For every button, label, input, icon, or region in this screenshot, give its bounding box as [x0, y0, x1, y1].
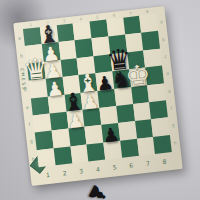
coord-bottom-2: 2: [55, 164, 73, 181]
white-pawn-e4[interactable]: ♟: [81, 92, 100, 113]
coord-bottom-4: 4: [89, 161, 107, 178]
black-pawn-g5[interactable]: ♟: [101, 124, 120, 145]
coord-bottom-5: 5: [105, 159, 123, 176]
chess-board[interactable]: 12345678 12345678 abcdefgh abcdefgh CHES…: [13, 6, 183, 186]
pieces-layer: ♝♟♟♛♛♟♝♟♞♚♝♟♟♟: [23, 14, 172, 167]
coord-bottom-8: 8: [155, 153, 173, 170]
table-surface: 12345678 12345678 abcdefgh abcdefgh CHES…: [0, 0, 200, 200]
white-king-d7[interactable]: ♚: [124, 60, 152, 91]
coord-bottom-7: 7: [139, 155, 157, 172]
coord-bottom-3: 3: [72, 162, 90, 179]
white-pawn-f3[interactable]: ♟: [66, 111, 85, 132]
coord-bottom-6: 6: [122, 157, 140, 174]
captured-piece-fallen: ♟: [84, 180, 111, 200]
